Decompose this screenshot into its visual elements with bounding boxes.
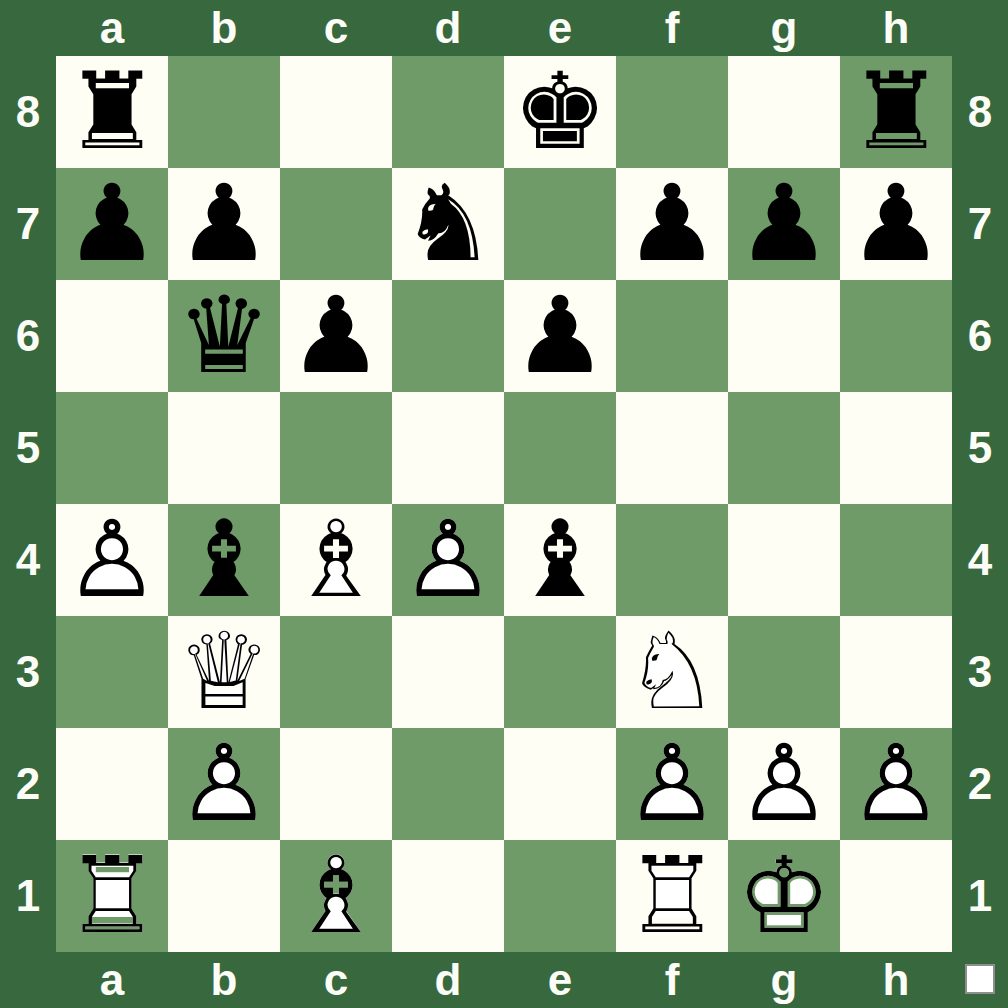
piece-black-knight[interactable]: ♞: [392, 168, 504, 280]
piece-glyph: ♗: [280, 840, 392, 952]
rank-label-5-right: 5: [952, 392, 1008, 504]
file-label-e-bottom: e: [504, 952, 616, 1008]
square-c5[interactable]: [280, 392, 392, 504]
square-h6[interactable]: [840, 280, 952, 392]
piece-white-rook[interactable]: ♜♖: [616, 840, 728, 952]
square-g1[interactable]: ♚♔: [728, 840, 840, 952]
file-labels-bottom: abcdefgh: [56, 952, 952, 1008]
piece-glyph: ♟: [616, 168, 728, 280]
piece-white-bishop[interactable]: ♝♗: [280, 504, 392, 616]
file-label-c-bottom: c: [280, 952, 392, 1008]
square-d6[interactable]: [392, 280, 504, 392]
piece-glyph: ♕: [168, 616, 280, 728]
file-label-h-top: h: [840, 0, 952, 56]
rank-label-1-right: 1: [952, 840, 1008, 952]
square-c3[interactable]: [280, 616, 392, 728]
square-d2[interactable]: [392, 728, 504, 840]
square-h1[interactable]: [840, 840, 952, 952]
square-h7[interactable]: ♟: [840, 168, 952, 280]
square-e3[interactable]: [504, 616, 616, 728]
square-a4[interactable]: ♟♙: [56, 504, 168, 616]
piece-glyph: ♔: [728, 840, 840, 952]
square-e6[interactable]: ♟: [504, 280, 616, 392]
square-e7[interactable]: [504, 168, 616, 280]
square-c7[interactable]: [280, 168, 392, 280]
rank-label-7-right: 7: [952, 168, 1008, 280]
square-h4[interactable]: [840, 504, 952, 616]
square-f5[interactable]: [616, 392, 728, 504]
piece-glyph: ♝: [168, 504, 280, 616]
piece-black-pawn[interactable]: ♟: [728, 168, 840, 280]
rank-label-1-left: 1: [0, 840, 56, 952]
file-label-a-bottom: a: [56, 952, 168, 1008]
square-b1[interactable]: [168, 840, 280, 952]
square-e8[interactable]: ♚: [504, 56, 616, 168]
piece-black-pawn[interactable]: ♟: [56, 168, 168, 280]
piece-glyph: ♖: [56, 840, 168, 952]
file-label-b-top: b: [168, 0, 280, 56]
piece-white-king[interactable]: ♚♔: [728, 840, 840, 952]
square-d1[interactable]: [392, 840, 504, 952]
piece-glyph: ♟: [504, 280, 616, 392]
rank-label-5-left: 5: [0, 392, 56, 504]
file-label-g-top: g: [728, 0, 840, 56]
square-g4[interactable]: [728, 504, 840, 616]
square-a6[interactable]: [56, 280, 168, 392]
square-a5[interactable]: [56, 392, 168, 504]
square-d8[interactable]: [392, 56, 504, 168]
file-label-f-bottom: f: [616, 952, 728, 1008]
piece-black-pawn[interactable]: ♟: [616, 168, 728, 280]
square-d3[interactable]: [392, 616, 504, 728]
piece-white-pawn[interactable]: ♟♙: [56, 504, 168, 616]
piece-glyph: ♞: [392, 168, 504, 280]
file-label-g-bottom: g: [728, 952, 840, 1008]
piece-glyph: ♟: [56, 168, 168, 280]
square-a3[interactable]: [56, 616, 168, 728]
file-label-a-top: a: [56, 0, 168, 56]
file-label-c-top: c: [280, 0, 392, 56]
square-c8[interactable]: [280, 56, 392, 168]
rank-label-4-left: 4: [0, 504, 56, 616]
rank-label-6-right: 6: [952, 280, 1008, 392]
square-g6[interactable]: [728, 280, 840, 392]
rank-label-8-left: 8: [0, 56, 56, 168]
chess-board: ♜♚♜♟♟♞♟♟♟♛♟♟♟♙♝♝♗♟♙♝♛♕♞♘♟♙♟♙♟♙♟♙♜♖♝♗♜♖♚♔: [56, 56, 952, 952]
piece-glyph: ♙: [728, 728, 840, 840]
square-d5[interactable]: [392, 392, 504, 504]
piece-black-pawn[interactable]: ♟: [504, 280, 616, 392]
piece-white-bishop[interactable]: ♝♗: [280, 840, 392, 952]
square-h2[interactable]: ♟♙: [840, 728, 952, 840]
piece-black-rook[interactable]: ♜: [56, 56, 168, 168]
square-a2[interactable]: [56, 728, 168, 840]
piece-glyph: ♘: [616, 616, 728, 728]
piece-glyph: ♙: [616, 728, 728, 840]
square-h8[interactable]: ♜: [840, 56, 952, 168]
piece-glyph: ♟: [168, 168, 280, 280]
square-f4[interactable]: [616, 504, 728, 616]
square-h3[interactable]: [840, 616, 952, 728]
piece-glyph: ♟: [728, 168, 840, 280]
piece-white-knight[interactable]: ♞♘: [616, 616, 728, 728]
file-label-h-bottom: h: [840, 952, 952, 1008]
square-b6[interactable]: ♛: [168, 280, 280, 392]
square-f7[interactable]: ♟: [616, 168, 728, 280]
piece-white-pawn[interactable]: ♟♙: [728, 728, 840, 840]
square-b4[interactable]: ♝: [168, 504, 280, 616]
piece-glyph: ♖: [616, 840, 728, 952]
piece-glyph: ♜: [56, 56, 168, 168]
piece-black-pawn[interactable]: ♟: [280, 280, 392, 392]
piece-glyph: ♙: [168, 728, 280, 840]
square-h5[interactable]: [840, 392, 952, 504]
file-label-d-bottom: d: [392, 952, 504, 1008]
square-e5[interactable]: [504, 392, 616, 504]
square-f3[interactable]: ♞♘: [616, 616, 728, 728]
square-f6[interactable]: [616, 280, 728, 392]
square-f8[interactable]: [616, 56, 728, 168]
piece-glyph: ♛: [168, 280, 280, 392]
file-label-d-top: d: [392, 0, 504, 56]
square-g3[interactable]: [728, 616, 840, 728]
square-a7[interactable]: ♟: [56, 168, 168, 280]
piece-white-queen[interactable]: ♛♕: [168, 616, 280, 728]
rank-labels-right: 87654321: [952, 56, 1008, 952]
square-a1[interactable]: ♜♖: [56, 840, 168, 952]
piece-white-pawn[interactable]: ♟♙: [616, 728, 728, 840]
piece-glyph: ♙: [840, 728, 952, 840]
rank-label-7-left: 7: [0, 168, 56, 280]
square-e2[interactable]: [504, 728, 616, 840]
chess-board-frame: abcdefgh abcdefgh 87654321 87654321 ♜♚♜♟…: [0, 0, 1008, 1008]
square-b5[interactable]: [168, 392, 280, 504]
square-b7[interactable]: ♟: [168, 168, 280, 280]
square-g2[interactable]: ♟♙: [728, 728, 840, 840]
square-a8[interactable]: ♜: [56, 56, 168, 168]
square-g8[interactable]: [728, 56, 840, 168]
piece-glyph: ♝: [504, 504, 616, 616]
piece-black-pawn[interactable]: ♟: [168, 168, 280, 280]
rank-label-3-right: 3: [952, 616, 1008, 728]
rank-label-3-left: 3: [0, 616, 56, 728]
square-d4[interactable]: ♟♙: [392, 504, 504, 616]
square-g7[interactable]: ♟: [728, 168, 840, 280]
piece-black-bishop[interactable]: ♝: [504, 504, 616, 616]
square-c2[interactable]: [280, 728, 392, 840]
piece-glyph: ♚: [504, 56, 616, 168]
square-d7[interactable]: ♞: [392, 168, 504, 280]
square-c1[interactable]: ♝♗: [280, 840, 392, 952]
square-b3[interactable]: ♛♕: [168, 616, 280, 728]
square-g5[interactable]: [728, 392, 840, 504]
rank-label-6-left: 6: [0, 280, 56, 392]
piece-glyph: ♟: [280, 280, 392, 392]
piece-white-pawn[interactable]: ♟♙: [392, 504, 504, 616]
piece-black-rook[interactable]: ♜: [840, 56, 952, 168]
piece-white-pawn[interactable]: ♟♙: [168, 728, 280, 840]
piece-glyph: ♟: [840, 168, 952, 280]
piece-glyph: ♙: [56, 504, 168, 616]
rank-label-4-right: 4: [952, 504, 1008, 616]
rank-label-8-right: 8: [952, 56, 1008, 168]
square-e1[interactable]: [504, 840, 616, 952]
file-label-b-bottom: b: [168, 952, 280, 1008]
piece-glyph: ♜: [840, 56, 952, 168]
file-labels-top: abcdefgh: [56, 0, 952, 56]
square-f2[interactable]: ♟♙: [616, 728, 728, 840]
file-label-f-top: f: [616, 0, 728, 56]
rank-labels-left: 87654321: [0, 56, 56, 952]
white-to-move-indicator: [965, 964, 995, 994]
piece-black-bishop[interactable]: ♝: [168, 504, 280, 616]
file-label-e-top: e: [504, 0, 616, 56]
piece-black-king[interactable]: ♚: [504, 56, 616, 168]
square-e4[interactable]: ♝: [504, 504, 616, 616]
square-b2[interactable]: ♟♙: [168, 728, 280, 840]
piece-glyph: ♗: [280, 504, 392, 616]
piece-white-rook[interactable]: ♜♖: [56, 840, 168, 952]
square-c4[interactable]: ♝♗: [280, 504, 392, 616]
piece-black-pawn[interactable]: ♟: [840, 168, 952, 280]
rank-label-2-right: 2: [952, 728, 1008, 840]
square-f1[interactable]: ♜♖: [616, 840, 728, 952]
piece-glyph: ♙: [392, 504, 504, 616]
square-c6[interactable]: ♟: [280, 280, 392, 392]
piece-black-queen[interactable]: ♛: [168, 280, 280, 392]
piece-white-pawn[interactable]: ♟♙: [840, 728, 952, 840]
square-b8[interactable]: [168, 56, 280, 168]
rank-label-2-left: 2: [0, 728, 56, 840]
